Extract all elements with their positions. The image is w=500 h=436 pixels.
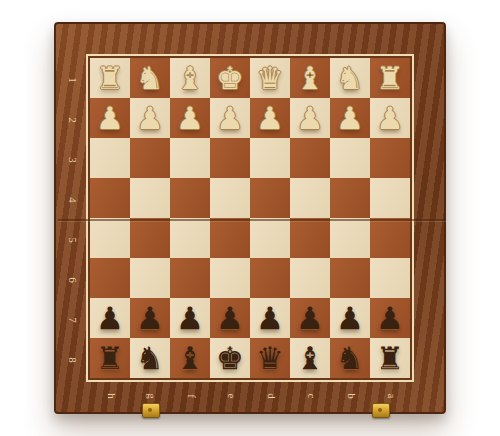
rank-label-7: 7: [53, 305, 93, 335]
square-f1[interactable]: ♝: [170, 58, 210, 98]
white-rook[interactable]: ♜: [370, 58, 410, 98]
square-f7[interactable]: ♟: [170, 298, 210, 338]
file-label-e: e: [218, 376, 246, 416]
square-f6[interactable]: [170, 258, 210, 298]
board-grid: ♜♞♝♚♛♝♞♜♟♟♟♟♟♟♟♟♟♟♟♟♟♟♟♟♜♞♝♚♛♝♞♜: [90, 58, 410, 378]
black-pawn[interactable]: ♟: [90, 298, 130, 338]
black-knight[interactable]: ♞: [130, 338, 170, 378]
square-b2[interactable]: ♟: [330, 98, 370, 138]
square-g5[interactable]: [130, 218, 170, 258]
square-f5[interactable]: [170, 218, 210, 258]
rank-label-8: 8: [53, 345, 93, 375]
white-pawn[interactable]: ♟: [130, 98, 170, 138]
square-b4[interactable]: [330, 178, 370, 218]
square-c3[interactable]: [290, 138, 330, 178]
black-rook[interactable]: ♜: [90, 338, 130, 378]
white-rook[interactable]: ♜: [90, 58, 130, 98]
square-g4[interactable]: [130, 178, 170, 218]
rank-label-5: 5: [53, 225, 93, 255]
square-a3[interactable]: [370, 138, 410, 178]
square-g2[interactable]: ♟: [130, 98, 170, 138]
rank-label-6: 6: [53, 265, 93, 295]
black-bishop[interactable]: ♝: [290, 338, 330, 378]
black-pawn[interactable]: ♟: [210, 298, 250, 338]
square-g3[interactable]: [130, 138, 170, 178]
square-d7[interactable]: ♟: [250, 298, 290, 338]
square-h2[interactable]: ♟: [90, 98, 130, 138]
rank-label-1: 1: [53, 65, 93, 95]
white-pawn[interactable]: ♟: [90, 98, 130, 138]
square-g8[interactable]: ♞: [130, 338, 170, 378]
black-rook[interactable]: ♜: [370, 338, 410, 378]
square-f8[interactable]: ♝: [170, 338, 210, 378]
black-queen[interactable]: ♛: [250, 338, 290, 378]
white-bishop[interactable]: ♝: [170, 58, 210, 98]
black-bishop[interactable]: ♝: [170, 338, 210, 378]
square-e2[interactable]: ♟: [210, 98, 250, 138]
white-pawn[interactable]: ♟: [170, 98, 210, 138]
square-e3[interactable]: [210, 138, 250, 178]
square-d5[interactable]: [250, 218, 290, 258]
square-e1[interactable]: ♚: [210, 58, 250, 98]
black-pawn[interactable]: ♟: [370, 298, 410, 338]
rank-label-2: 2: [53, 105, 93, 135]
square-h8[interactable]: ♜: [90, 338, 130, 378]
square-e5[interactable]: [210, 218, 250, 258]
square-c7[interactable]: ♟: [290, 298, 330, 338]
white-pawn[interactable]: ♟: [370, 98, 410, 138]
square-d4[interactable]: [250, 178, 290, 218]
square-c5[interactable]: [290, 218, 330, 258]
square-c8[interactable]: ♝: [290, 338, 330, 378]
rank-label-3: 3: [53, 145, 93, 175]
square-h7[interactable]: ♟: [90, 298, 130, 338]
square-b1[interactable]: ♞: [330, 58, 370, 98]
square-d3[interactable]: [250, 138, 290, 178]
fold-seam: [58, 219, 446, 221]
product-photo-background: 12345678 hgfedcba ♜♞♝♚♛♝♞♜♟♟♟♟♟♟♟♟♟♟♟♟♟♟…: [0, 0, 500, 436]
square-a6[interactable]: [370, 258, 410, 298]
white-pawn[interactable]: ♟: [250, 98, 290, 138]
square-b6[interactable]: [330, 258, 370, 298]
square-f3[interactable]: [170, 138, 210, 178]
black-king[interactable]: ♚: [210, 338, 250, 378]
white-knight[interactable]: ♞: [130, 58, 170, 98]
square-h3[interactable]: [90, 138, 130, 178]
square-h5[interactable]: [90, 218, 130, 258]
white-queen[interactable]: ♛: [250, 58, 290, 98]
square-g7[interactable]: ♟: [130, 298, 170, 338]
file-label-b: b: [338, 376, 366, 416]
black-pawn[interactable]: ♟: [250, 298, 290, 338]
square-b8[interactable]: ♞: [330, 338, 370, 378]
square-e8[interactable]: ♚: [210, 338, 250, 378]
square-b5[interactable]: [330, 218, 370, 258]
white-pawn[interactable]: ♟: [290, 98, 330, 138]
board-inlay-frame: ♜♞♝♚♛♝♞♜♟♟♟♟♟♟♟♟♟♟♟♟♟♟♟♟♜♞♝♚♛♝♞♜: [86, 54, 414, 382]
brass-clasp-left: [142, 403, 160, 418]
square-e6[interactable]: [210, 258, 250, 298]
file-label-c: c: [298, 376, 326, 416]
square-e4[interactable]: [210, 178, 250, 218]
white-king[interactable]: ♚: [210, 58, 250, 98]
black-pawn[interactable]: ♟: [330, 298, 370, 338]
brass-clasp-right: [372, 403, 390, 418]
black-knight[interactable]: ♞: [330, 338, 370, 378]
chess-board: 12345678 hgfedcba ♜♞♝♚♛♝♞♜♟♟♟♟♟♟♟♟♟♟♟♟♟♟…: [54, 22, 446, 414]
square-b3[interactable]: [330, 138, 370, 178]
square-a4[interactable]: [370, 178, 410, 218]
square-d1[interactable]: ♛: [250, 58, 290, 98]
file-label-h: h: [98, 376, 126, 416]
square-d8[interactable]: ♛: [250, 338, 290, 378]
square-c6[interactable]: [290, 258, 330, 298]
square-e7[interactable]: ♟: [210, 298, 250, 338]
white-pawn[interactable]: ♟: [210, 98, 250, 138]
square-f4[interactable]: [170, 178, 210, 218]
square-a8[interactable]: ♜: [370, 338, 410, 378]
square-h4[interactable]: [90, 178, 130, 218]
square-g6[interactable]: [130, 258, 170, 298]
square-c1[interactable]: ♝: [290, 58, 330, 98]
square-c2[interactable]: ♟: [290, 98, 330, 138]
file-label-f: f: [178, 376, 206, 416]
square-h1[interactable]: ♜: [90, 58, 130, 98]
square-a7[interactable]: ♟: [370, 298, 410, 338]
black-pawn[interactable]: ♟: [290, 298, 330, 338]
black-pawn[interactable]: ♟: [130, 298, 170, 338]
square-g1[interactable]: ♞: [130, 58, 170, 98]
square-f2[interactable]: ♟: [170, 98, 210, 138]
square-c4[interactable]: [290, 178, 330, 218]
square-d2[interactable]: ♟: [250, 98, 290, 138]
rank-label-4: 4: [53, 185, 93, 215]
square-d6[interactable]: [250, 258, 290, 298]
square-h6[interactable]: [90, 258, 130, 298]
square-a5[interactable]: [370, 218, 410, 258]
square-b7[interactable]: ♟: [330, 298, 370, 338]
file-coordinates: hgfedcba: [92, 382, 412, 410]
white-bishop[interactable]: ♝: [290, 58, 330, 98]
square-a1[interactable]: ♜: [370, 58, 410, 98]
square-a2[interactable]: ♟: [370, 98, 410, 138]
white-knight[interactable]: ♞: [330, 58, 370, 98]
black-pawn[interactable]: ♟: [170, 298, 210, 338]
file-label-d: d: [258, 376, 286, 416]
white-pawn[interactable]: ♟: [330, 98, 370, 138]
